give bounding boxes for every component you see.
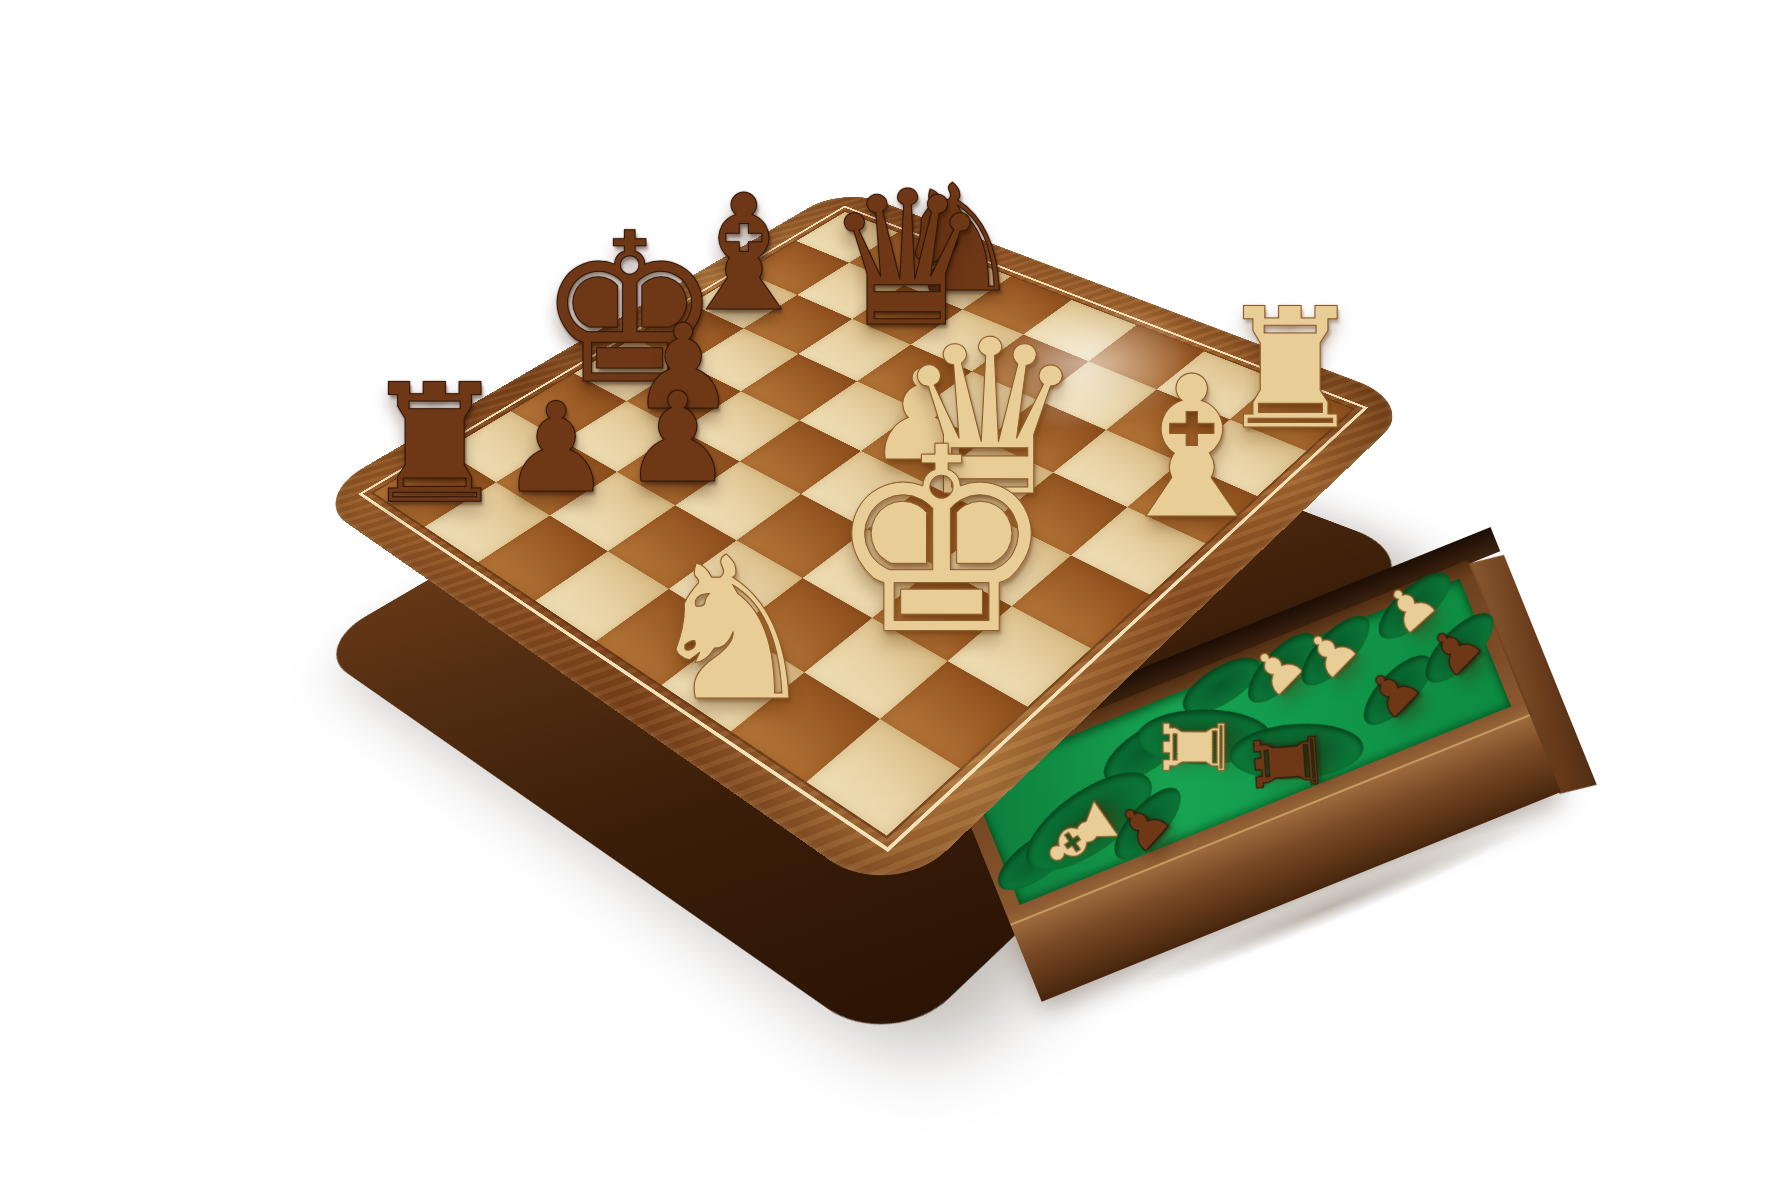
chess-set-scene: ♝♜♟♟♟♟♜♟♟ ♜♝♚♛♞♟♞♛♟♟♟♝♚♜ xyxy=(0,0,1772,1183)
board-frame xyxy=(311,187,1416,903)
chess-board[interactable] xyxy=(374,212,1352,836)
board-wrapper xyxy=(433,23,1289,879)
